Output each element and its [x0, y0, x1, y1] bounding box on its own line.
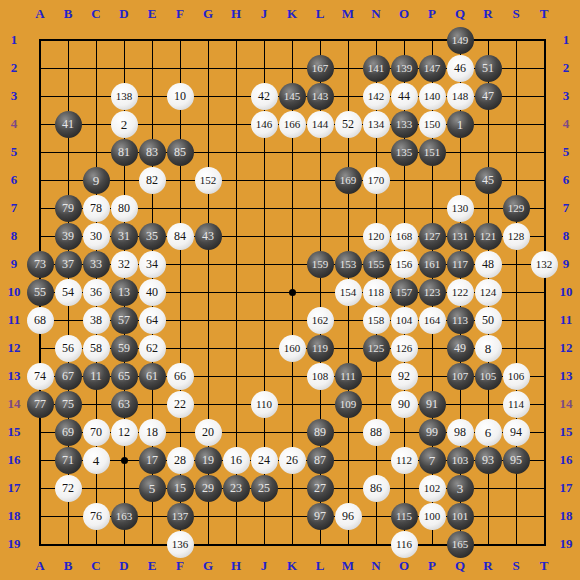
- stone-white[interactable]: 52: [335, 111, 362, 138]
- stone-black[interactable]: 77: [27, 391, 54, 418]
- stone-white[interactable]: 158: [363, 307, 390, 334]
- column-label: F: [176, 6, 184, 22]
- stone-black[interactable]: 19: [195, 447, 222, 474]
- stone-black[interactable]: 123: [419, 279, 446, 306]
- stone-white[interactable]: 58: [83, 335, 110, 362]
- column-label: C: [91, 558, 100, 574]
- column-label: Q: [455, 6, 465, 22]
- stone-white[interactable]: 82: [139, 167, 166, 194]
- stone-black[interactable]: 143: [307, 83, 334, 110]
- stone-black[interactable]: 67: [55, 363, 82, 390]
- row-label: 13: [8, 368, 21, 384]
- stone-black[interactable]: 95: [503, 447, 530, 474]
- stone-black[interactable]: 5: [139, 475, 166, 502]
- stone-black[interactable]: 83: [139, 139, 166, 166]
- stone-white[interactable]: 116: [391, 531, 418, 558]
- stone-white[interactable]: 156: [391, 251, 418, 278]
- row-label: 17: [560, 480, 573, 496]
- column-label: O: [399, 558, 409, 574]
- stone-white[interactable]: 32: [111, 251, 138, 278]
- column-label: E: [148, 6, 157, 22]
- stone-white[interactable]: 118: [363, 279, 390, 306]
- column-label: F: [176, 558, 184, 574]
- stone-white[interactable]: 160: [279, 335, 306, 362]
- column-label: E: [148, 558, 157, 574]
- column-label: T: [540, 558, 549, 574]
- column-label: T: [540, 6, 549, 22]
- row-label: 16: [8, 452, 21, 468]
- stone-white[interactable]: 138: [111, 83, 138, 110]
- row-label: 2: [11, 60, 18, 76]
- row-label: 1: [11, 32, 18, 48]
- stone-black[interactable]: 117: [447, 251, 474, 278]
- stone-black[interactable]: 15: [167, 475, 194, 502]
- stone-black[interactable]: 39: [55, 223, 82, 250]
- stone-white[interactable]: 92: [391, 363, 418, 390]
- stone-black[interactable]: 91: [419, 391, 446, 418]
- column-label: C: [91, 6, 100, 22]
- row-label: 6: [11, 172, 18, 188]
- stone-black[interactable]: 45: [475, 167, 502, 194]
- row-label: 12: [8, 340, 21, 356]
- stone-black[interactable]: 37: [55, 251, 82, 278]
- stone-white[interactable]: 44: [391, 83, 418, 110]
- stone-black[interactable]: 27: [307, 475, 334, 502]
- stone-white[interactable]: 28: [167, 447, 194, 474]
- row-label: 2: [563, 60, 570, 76]
- column-label: H: [231, 6, 241, 22]
- stone-black[interactable]: 49: [447, 335, 474, 362]
- stone-white[interactable]: 162: [307, 307, 334, 334]
- stone-black[interactable]: 103: [447, 447, 474, 474]
- stone-white[interactable]: 46: [447, 55, 474, 82]
- stone-white[interactable]: 102: [419, 475, 446, 502]
- stone-black[interactable]: 33: [83, 251, 110, 278]
- stone-white[interactable]: 142: [363, 83, 390, 110]
- stone-black[interactable]: 131: [447, 223, 474, 250]
- stone-black[interactable]: 125: [363, 335, 390, 362]
- row-label: 6: [563, 172, 570, 188]
- column-label: A: [35, 558, 44, 574]
- column-label: K: [287, 6, 297, 22]
- column-label: J: [261, 6, 268, 22]
- stone-white[interactable]: 98: [447, 419, 474, 446]
- stone-black[interactable]: 71: [55, 447, 82, 474]
- stone-white[interactable]: 16: [223, 447, 250, 474]
- column-label: L: [316, 558, 325, 574]
- stone-black[interactable]: 85: [167, 139, 194, 166]
- stone-black[interactable]: 69: [55, 419, 82, 446]
- row-label: 8: [563, 228, 570, 244]
- column-label: Q: [455, 558, 465, 574]
- stone-white[interactable]: 106: [503, 363, 530, 390]
- stone-black[interactable]: 167: [307, 55, 334, 82]
- stone-white[interactable]: 2: [111, 111, 138, 138]
- row-label: 11: [8, 312, 20, 328]
- stone-black[interactable]: 23: [223, 475, 250, 502]
- stone-white[interactable]: 56: [55, 335, 82, 362]
- stone-black[interactable]: 65: [111, 363, 138, 390]
- stone-white[interactable]: 126: [391, 335, 418, 362]
- stone-white[interactable]: 20: [195, 419, 222, 446]
- stone-white[interactable]: 12: [111, 419, 138, 446]
- row-label: 5: [11, 144, 18, 160]
- stone-white[interactable]: 110: [251, 391, 278, 418]
- stone-black[interactable]: 29: [195, 475, 222, 502]
- stone-white[interactable]: 136: [167, 531, 194, 558]
- row-label: 4: [11, 116, 18, 132]
- stone-white[interactable]: 166: [279, 111, 306, 138]
- column-label: N: [371, 558, 380, 574]
- column-label: H: [231, 558, 241, 574]
- stone-white[interactable]: 68: [27, 307, 54, 334]
- stone-white[interactable]: 30: [83, 223, 110, 250]
- row-label: 8: [11, 228, 18, 244]
- stone-white[interactable]: 54: [55, 279, 82, 306]
- stone-black[interactable]: 55: [27, 279, 54, 306]
- stone-black[interactable]: 149: [447, 27, 474, 54]
- stone-black[interactable]: 43: [195, 223, 222, 250]
- stone-black[interactable]: 61: [139, 363, 166, 390]
- column-label: M: [342, 558, 354, 574]
- stone-white[interactable]: 124: [475, 279, 502, 306]
- stone-white[interactable]: 34: [139, 251, 166, 278]
- stone-black[interactable]: 9: [83, 167, 110, 194]
- stone-black[interactable]: 31: [111, 223, 138, 250]
- row-label: 19: [560, 536, 573, 552]
- stone-black[interactable]: 141: [363, 55, 390, 82]
- stone-black[interactable]: 7: [419, 447, 446, 474]
- row-label: 10: [560, 284, 573, 300]
- stone-white[interactable]: 80: [111, 195, 138, 222]
- column-label: O: [399, 6, 409, 22]
- stone-white[interactable]: 72: [55, 475, 82, 502]
- stone-white[interactable]: 10: [167, 83, 194, 110]
- row-label: 17: [8, 480, 21, 496]
- stone-white[interactable]: 122: [447, 279, 474, 306]
- stone-black[interactable]: 163: [111, 503, 138, 530]
- column-label: A: [35, 6, 44, 22]
- row-label: 4: [563, 116, 570, 132]
- stone-black[interactable]: 35: [139, 223, 166, 250]
- stone-white[interactable]: 18: [139, 419, 166, 446]
- stone-white[interactable]: 132: [531, 251, 558, 278]
- stone-white[interactable]: 90: [391, 391, 418, 418]
- stone-white[interactable]: 38: [83, 307, 110, 334]
- stone-black[interactable]: 47: [475, 83, 502, 110]
- stone-black[interactable]: 51: [475, 55, 502, 82]
- stone-black[interactable]: 97: [307, 503, 334, 530]
- row-label: 15: [560, 424, 573, 440]
- stone-black[interactable]: 119: [307, 335, 334, 362]
- stones-layer: 1234567891011121315161718192022232425262…: [26, 26, 558, 558]
- row-label: 1: [563, 32, 570, 48]
- stone-white[interactable]: 100: [419, 503, 446, 530]
- stone-black[interactable]: 81: [111, 139, 138, 166]
- stone-black[interactable]: 87: [307, 447, 334, 474]
- stone-white[interactable]: 50: [475, 307, 502, 334]
- stone-black[interactable]: 3: [447, 475, 474, 502]
- stone-black[interactable]: 11: [83, 363, 110, 390]
- stone-black[interactable]: 159: [307, 251, 334, 278]
- stone-black[interactable]: 145: [279, 83, 306, 110]
- stone-black[interactable]: 155: [363, 251, 390, 278]
- stone-white[interactable]: 140: [419, 83, 446, 110]
- stone-black[interactable]: 121: [475, 223, 502, 250]
- row-label: 16: [560, 452, 573, 468]
- stone-white[interactable]: 40: [139, 279, 166, 306]
- column-label: G: [203, 558, 213, 574]
- stone-white[interactable]: 150: [419, 111, 446, 138]
- column-label: J: [261, 558, 268, 574]
- stone-white[interactable]: 62: [139, 335, 166, 362]
- column-label: P: [428, 6, 436, 22]
- stone-white[interactable]: 26: [279, 447, 306, 474]
- stone-white[interactable]: 64: [139, 307, 166, 334]
- row-label: 14: [8, 396, 21, 412]
- stone-black[interactable]: 89: [307, 419, 334, 446]
- stone-black[interactable]: 107: [447, 363, 474, 390]
- column-label: N: [371, 6, 380, 22]
- column-label: B: [64, 6, 73, 22]
- stone-black[interactable]: 111: [335, 363, 362, 390]
- stone-black[interactable]: 113: [447, 307, 474, 334]
- stone-black[interactable]: 137: [167, 503, 194, 530]
- stone-black[interactable]: 93: [475, 447, 502, 474]
- stone-white[interactable]: 78: [83, 195, 110, 222]
- column-label: D: [119, 6, 128, 22]
- stone-black[interactable]: 109: [335, 391, 362, 418]
- stone-white[interactable]: 120: [363, 223, 390, 250]
- stone-white[interactable]: 24: [251, 447, 278, 474]
- row-label: 5: [563, 144, 570, 160]
- stone-white[interactable]: 86: [363, 475, 390, 502]
- row-label: 9: [11, 256, 18, 272]
- column-label: S: [512, 6, 519, 22]
- column-label: K: [287, 558, 297, 574]
- stone-black[interactable]: 75: [55, 391, 82, 418]
- row-label: 19: [8, 536, 21, 552]
- stone-black[interactable]: 17: [139, 447, 166, 474]
- stone-black[interactable]: 133: [391, 111, 418, 138]
- stone-black[interactable]: 79: [55, 195, 82, 222]
- row-label: 3: [11, 88, 18, 104]
- stone-white[interactable]: 154: [335, 279, 362, 306]
- stone-white[interactable]: 128: [503, 223, 530, 250]
- row-label: 11: [560, 312, 572, 328]
- stone-black[interactable]: 153: [335, 251, 362, 278]
- column-label: R: [483, 558, 492, 574]
- stone-black[interactable]: 127: [419, 223, 446, 250]
- stone-white[interactable]: 66: [167, 363, 194, 390]
- row-label: 7: [11, 200, 18, 216]
- stone-black[interactable]: 129: [503, 195, 530, 222]
- column-label: L: [316, 6, 325, 22]
- stone-white[interactable]: 170: [363, 167, 390, 194]
- stone-white[interactable]: 74: [27, 363, 54, 390]
- column-label: D: [119, 558, 128, 574]
- row-label: 12: [560, 340, 573, 356]
- stone-white[interactable]: 152: [195, 167, 222, 194]
- row-label: 3: [563, 88, 570, 104]
- stone-black[interactable]: 135: [391, 139, 418, 166]
- row-label: 14: [560, 396, 573, 412]
- stone-black[interactable]: 105: [475, 363, 502, 390]
- row-label: 9: [563, 256, 570, 272]
- stone-white[interactable]: 164: [419, 307, 446, 334]
- stone-black[interactable]: 165: [447, 531, 474, 558]
- column-label: R: [483, 6, 492, 22]
- stone-white[interactable]: 84: [167, 223, 194, 250]
- stone-white[interactable]: 148: [447, 83, 474, 110]
- stone-white[interactable]: 114: [503, 391, 530, 418]
- stone-white[interactable]: 146: [251, 111, 278, 138]
- column-label: B: [64, 558, 73, 574]
- stone-white[interactable]: 22: [167, 391, 194, 418]
- stone-black[interactable]: 99: [419, 419, 446, 446]
- column-label: M: [342, 6, 354, 22]
- stone-white[interactable]: 4: [83, 447, 110, 474]
- stone-white[interactable]: 42: [251, 83, 278, 110]
- stone-black[interactable]: 139: [391, 55, 418, 82]
- stone-black[interactable]: 63: [111, 391, 138, 418]
- column-label: P: [428, 558, 436, 574]
- stone-black[interactable]: 59: [111, 335, 138, 362]
- stone-black[interactable]: 1: [447, 111, 474, 138]
- row-label: 15: [8, 424, 21, 440]
- stone-white[interactable]: 88: [363, 419, 390, 446]
- stone-black[interactable]: 13: [111, 279, 138, 306]
- stone-white[interactable]: 96: [335, 503, 362, 530]
- row-label: 18: [8, 508, 21, 524]
- column-label: S: [512, 558, 519, 574]
- go-board[interactable]: ABCDEFGHJKLMNOPQRST ABCDEFGHJKLMNOPQRST …: [0, 0, 580, 580]
- stone-black[interactable]: 161: [419, 251, 446, 278]
- row-label: 13: [560, 368, 573, 384]
- stone-white[interactable]: 112: [391, 447, 418, 474]
- stone-black[interactable]: 157: [391, 279, 418, 306]
- stone-black[interactable]: 57: [111, 307, 138, 334]
- row-label: 7: [563, 200, 570, 216]
- row-label: 10: [8, 284, 21, 300]
- stone-white[interactable]: 168: [391, 223, 418, 250]
- stone-black[interactable]: 73: [27, 251, 54, 278]
- row-label: 18: [560, 508, 573, 524]
- column-label: G: [203, 6, 213, 22]
- stone-white[interactable]: 76: [83, 503, 110, 530]
- stone-white[interactable]: 6: [475, 419, 502, 446]
- stone-black[interactable]: 25: [251, 475, 278, 502]
- stone-white[interactable]: 48: [475, 251, 502, 278]
- stone-white[interactable]: 130: [447, 195, 474, 222]
- stone-black[interactable]: 101: [447, 503, 474, 530]
- stone-white[interactable]: 108: [307, 363, 334, 390]
- stone-white[interactable]: 94: [503, 419, 530, 446]
- stone-white[interactable]: 70: [83, 419, 110, 446]
- stone-black[interactable]: 151: [419, 139, 446, 166]
- stone-white[interactable]: 36: [83, 279, 110, 306]
- stone-white[interactable]: 104: [391, 307, 418, 334]
- stone-black[interactable]: 169: [335, 167, 362, 194]
- stone-white[interactable]: 134: [363, 111, 390, 138]
- stone-black[interactable]: 147: [419, 55, 446, 82]
- stone-black[interactable]: 115: [391, 503, 418, 530]
- stone-white[interactable]: 8: [475, 335, 502, 362]
- stone-white[interactable]: 144: [307, 111, 334, 138]
- stone-black[interactable]: 41: [55, 111, 82, 138]
